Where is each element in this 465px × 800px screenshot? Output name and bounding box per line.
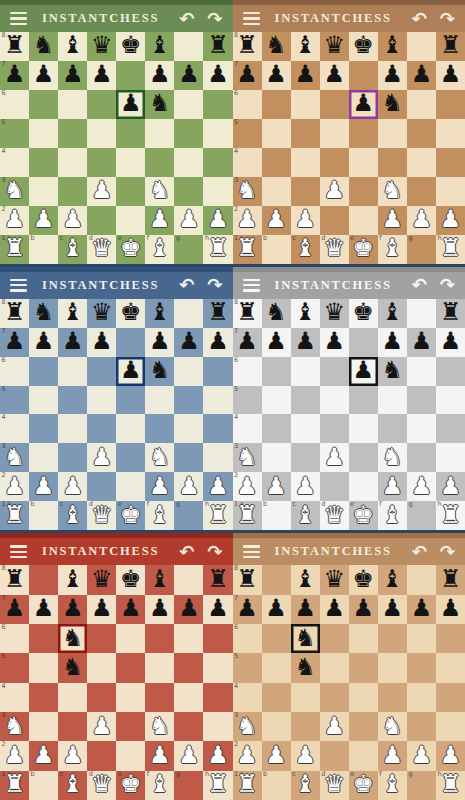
square-b1[interactable]: b xyxy=(262,235,291,264)
square-e8[interactable]: ♚ xyxy=(349,32,378,61)
square-d5[interactable] xyxy=(87,386,116,415)
square-c6[interactable]: ♞ xyxy=(291,624,320,653)
square-f6[interactable]: ♞ xyxy=(378,357,407,386)
square-c1[interactable]: c♝ xyxy=(291,771,320,800)
square-h7[interactable]: ♟ xyxy=(436,328,465,357)
square-d1[interactable]: d♛ xyxy=(320,501,349,530)
square-h8[interactable]: ♜ xyxy=(436,299,465,328)
square-b3[interactable] xyxy=(262,443,291,472)
square-b6[interactable] xyxy=(262,90,291,119)
square-e8[interactable]: ♚ xyxy=(116,565,145,594)
square-g6[interactable] xyxy=(174,624,203,653)
square-c5[interactable]: ♞ xyxy=(291,653,320,682)
square-c8[interactable]: ♝ xyxy=(58,565,87,594)
square-f7[interactable]: ♟ xyxy=(145,595,174,624)
square-h2[interactable]: ♟ xyxy=(436,741,465,770)
square-c5[interactable] xyxy=(291,386,320,415)
square-a5[interactable]: 5 xyxy=(0,653,29,682)
square-g4[interactable] xyxy=(407,683,436,712)
square-c2[interactable]: ♟ xyxy=(58,206,87,235)
square-h5[interactable] xyxy=(203,653,232,682)
square-c4[interactable] xyxy=(58,148,87,177)
square-b2[interactable]: ♟ xyxy=(262,472,291,501)
square-e1[interactable]: e♚ xyxy=(349,501,378,530)
square-h5[interactable] xyxy=(436,386,465,415)
square-d5[interactable] xyxy=(320,386,349,415)
square-a4[interactable]: 4 xyxy=(0,414,29,443)
square-f4[interactable] xyxy=(145,148,174,177)
redo-icon[interactable]: ↷ xyxy=(207,543,222,561)
square-f5[interactable] xyxy=(378,119,407,148)
square-d7[interactable]: ♟ xyxy=(87,328,116,357)
square-g1[interactable]: g xyxy=(174,235,203,264)
square-f2[interactable]: ♟ xyxy=(145,741,174,770)
square-d3[interactable]: ♟ xyxy=(320,177,349,206)
hamburger-menu-icon[interactable] xyxy=(10,545,27,558)
square-h8[interactable]: ♜ xyxy=(436,32,465,61)
square-b2[interactable]: ♟ xyxy=(262,741,291,770)
square-b7[interactable]: ♟ xyxy=(262,61,291,90)
square-h4[interactable] xyxy=(203,683,232,712)
square-e8[interactable]: ♚ xyxy=(116,32,145,61)
square-h7[interactable]: ♟ xyxy=(436,595,465,624)
square-h4[interactable] xyxy=(436,414,465,443)
square-f5[interactable] xyxy=(145,653,174,682)
square-d8[interactable]: ♛ xyxy=(320,32,349,61)
square-a7[interactable]: 7♟ xyxy=(233,595,262,624)
square-d2[interactable] xyxy=(87,206,116,235)
square-h6[interactable] xyxy=(203,90,232,119)
square-f7[interactable]: ♟ xyxy=(145,328,174,357)
square-d6[interactable] xyxy=(87,357,116,386)
square-e7[interactable]: ♟ xyxy=(116,595,145,624)
square-e3[interactable] xyxy=(349,443,378,472)
square-d2[interactable] xyxy=(320,472,349,501)
square-g6[interactable] xyxy=(407,624,436,653)
square-f3[interactable]: ♞ xyxy=(378,177,407,206)
square-c5[interactable] xyxy=(58,119,87,148)
square-e5[interactable] xyxy=(116,119,145,148)
square-g3[interactable] xyxy=(174,712,203,741)
square-e1[interactable]: e♚ xyxy=(116,501,145,530)
square-f8[interactable]: ♝ xyxy=(378,32,407,61)
square-f2[interactable]: ♟ xyxy=(378,206,407,235)
square-b7[interactable]: ♟ xyxy=(262,595,291,624)
square-e3[interactable] xyxy=(116,443,145,472)
square-c3[interactable] xyxy=(58,177,87,206)
square-d2[interactable] xyxy=(87,472,116,501)
square-a2[interactable]: 2♟ xyxy=(0,472,29,501)
square-a3[interactable]: 3♞ xyxy=(233,712,262,741)
square-a1[interactable]: 1a♜ xyxy=(0,235,29,264)
square-d8[interactable]: ♛ xyxy=(87,32,116,61)
square-h1[interactable]: h♜ xyxy=(203,771,232,800)
square-d5[interactable] xyxy=(320,119,349,148)
square-d4[interactable] xyxy=(320,414,349,443)
square-g8[interactable] xyxy=(174,565,203,594)
square-g3[interactable] xyxy=(407,177,436,206)
square-g4[interactable] xyxy=(407,414,436,443)
square-c4[interactable] xyxy=(58,683,87,712)
square-f2[interactable]: ♟ xyxy=(378,741,407,770)
square-d4[interactable] xyxy=(320,148,349,177)
square-h3[interactable] xyxy=(203,712,232,741)
square-e5[interactable] xyxy=(349,653,378,682)
square-c6[interactable] xyxy=(58,90,87,119)
square-c5[interactable] xyxy=(291,119,320,148)
square-a8[interactable]: 8♜ xyxy=(233,299,262,328)
square-e1[interactable]: e♚ xyxy=(116,235,145,264)
square-a8[interactable]: 8♜ xyxy=(0,32,29,61)
square-h1[interactable]: h♜ xyxy=(203,235,232,264)
square-h6[interactable] xyxy=(436,357,465,386)
square-f1[interactable]: f♝ xyxy=(145,501,174,530)
undo-icon[interactable]: ↶ xyxy=(412,276,427,294)
square-g6[interactable] xyxy=(174,90,203,119)
square-a5[interactable]: 5 xyxy=(233,119,262,148)
square-h2[interactable]: ♟ xyxy=(436,206,465,235)
square-a3[interactable]: 3♞ xyxy=(233,443,262,472)
square-g3[interactable] xyxy=(407,443,436,472)
square-d6[interactable] xyxy=(320,624,349,653)
square-e6[interactable] xyxy=(116,624,145,653)
square-f2[interactable]: ♟ xyxy=(378,472,407,501)
square-b4[interactable] xyxy=(262,683,291,712)
square-g2[interactable]: ♟ xyxy=(407,472,436,501)
redo-icon[interactable]: ↷ xyxy=(207,276,222,294)
square-g6[interactable] xyxy=(407,357,436,386)
square-a6[interactable]: 6 xyxy=(0,357,29,386)
square-f5[interactable] xyxy=(145,386,174,415)
square-b3[interactable] xyxy=(29,443,58,472)
square-a7[interactable]: 7♟ xyxy=(233,61,262,90)
square-c8[interactable]: ♝ xyxy=(291,299,320,328)
square-b6[interactable] xyxy=(262,624,291,653)
redo-icon[interactable]: ↷ xyxy=(440,543,455,561)
square-f3[interactable]: ♞ xyxy=(378,443,407,472)
square-h5[interactable] xyxy=(203,119,232,148)
square-d5[interactable] xyxy=(87,119,116,148)
square-h2[interactable]: ♟ xyxy=(203,741,232,770)
square-c1[interactable]: c♝ xyxy=(58,235,87,264)
square-d7[interactable]: ♟ xyxy=(320,595,349,624)
square-f4[interactable] xyxy=(145,683,174,712)
square-e7[interactable] xyxy=(116,328,145,357)
square-c7[interactable]: ♟ xyxy=(58,328,87,357)
square-b3[interactable] xyxy=(29,712,58,741)
square-a4[interactable]: 4 xyxy=(233,414,262,443)
square-g8[interactable] xyxy=(407,299,436,328)
square-b1[interactable]: b xyxy=(262,771,291,800)
square-d1[interactable]: d♛ xyxy=(87,501,116,530)
square-g1[interactable]: g xyxy=(174,501,203,530)
square-h7[interactable]: ♟ xyxy=(203,328,232,357)
square-g5[interactable] xyxy=(174,386,203,415)
square-d2[interactable] xyxy=(320,741,349,770)
square-a2[interactable]: 2♟ xyxy=(0,741,29,770)
square-d8[interactable]: ♛ xyxy=(87,565,116,594)
square-h2[interactable]: ♟ xyxy=(203,472,232,501)
square-d5[interactable] xyxy=(320,653,349,682)
square-h6[interactable] xyxy=(436,90,465,119)
square-a2[interactable]: 2♟ xyxy=(233,472,262,501)
square-a1[interactable]: 1a♜ xyxy=(0,501,29,530)
square-c3[interactable] xyxy=(291,177,320,206)
square-c2[interactable]: ♟ xyxy=(291,206,320,235)
square-d6[interactable] xyxy=(320,90,349,119)
square-f1[interactable]: f♝ xyxy=(378,235,407,264)
square-h8[interactable]: ♜ xyxy=(203,32,232,61)
square-d1[interactable]: d♛ xyxy=(320,771,349,800)
square-a5[interactable]: 5 xyxy=(233,386,262,415)
square-f3[interactable]: ♞ xyxy=(145,177,174,206)
square-d4[interactable] xyxy=(87,414,116,443)
square-b5[interactable] xyxy=(262,119,291,148)
square-e7[interactable] xyxy=(349,61,378,90)
square-g2[interactable]: ♟ xyxy=(407,741,436,770)
square-c7[interactable]: ♟ xyxy=(58,61,87,90)
square-f8[interactable]: ♝ xyxy=(145,299,174,328)
square-b8[interactable]: ♞ xyxy=(262,32,291,61)
square-c5[interactable] xyxy=(58,386,87,415)
square-d7[interactable]: ♟ xyxy=(320,61,349,90)
square-e7[interactable] xyxy=(116,61,145,90)
square-e3[interactable] xyxy=(116,177,145,206)
square-f8[interactable]: ♝ xyxy=(378,565,407,594)
square-g3[interactable] xyxy=(174,177,203,206)
square-e3[interactable] xyxy=(349,712,378,741)
square-d7[interactable]: ♟ xyxy=(87,61,116,90)
square-h5[interactable] xyxy=(436,653,465,682)
square-d6[interactable] xyxy=(87,90,116,119)
square-c3[interactable] xyxy=(58,443,87,472)
square-d3[interactable]: ♟ xyxy=(320,712,349,741)
square-b4[interactable] xyxy=(262,414,291,443)
square-h3[interactable] xyxy=(203,443,232,472)
square-f1[interactable]: f♝ xyxy=(378,771,407,800)
square-h7[interactable]: ♟ xyxy=(203,61,232,90)
square-d8[interactable]: ♛ xyxy=(320,299,349,328)
square-b6[interactable] xyxy=(29,624,58,653)
square-a8[interactable]: 8♜ xyxy=(0,565,29,594)
square-h5[interactable] xyxy=(436,119,465,148)
square-b6[interactable] xyxy=(262,357,291,386)
square-e4[interactable] xyxy=(116,683,145,712)
hamburger-menu-icon[interactable] xyxy=(243,279,260,292)
square-b1[interactable]: b xyxy=(262,501,291,530)
square-e6[interactable]: ♟ xyxy=(116,90,145,119)
square-f4[interactable] xyxy=(145,414,174,443)
square-a7[interactable]: 7♟ xyxy=(233,328,262,357)
square-f3[interactable]: ♞ xyxy=(145,443,174,472)
square-b5[interactable] xyxy=(29,386,58,415)
square-c8[interactable]: ♝ xyxy=(291,565,320,594)
square-a1[interactable]: 1a♜ xyxy=(233,235,262,264)
square-c7[interactable]: ♟ xyxy=(291,328,320,357)
square-c4[interactable] xyxy=(58,414,87,443)
square-g6[interactable] xyxy=(407,90,436,119)
square-a1[interactable]: 1a♜ xyxy=(0,771,29,800)
square-g7[interactable]: ♟ xyxy=(407,61,436,90)
square-g5[interactable] xyxy=(407,119,436,148)
square-h4[interactable] xyxy=(436,148,465,177)
undo-icon[interactable]: ↶ xyxy=(412,10,427,28)
square-f5[interactable] xyxy=(378,653,407,682)
square-a6[interactable]: 6 xyxy=(233,90,262,119)
hamburger-menu-icon[interactable] xyxy=(243,12,260,25)
square-d8[interactable]: ♛ xyxy=(87,299,116,328)
square-c1[interactable]: c♝ xyxy=(58,771,87,800)
square-b4[interactable] xyxy=(29,683,58,712)
square-e4[interactable] xyxy=(349,683,378,712)
square-e5[interactable] xyxy=(349,119,378,148)
square-e4[interactable] xyxy=(349,414,378,443)
square-h1[interactable]: h♜ xyxy=(203,501,232,530)
square-g8[interactable] xyxy=(407,565,436,594)
square-f6[interactable]: ♞ xyxy=(145,357,174,386)
square-h8[interactable]: ♜ xyxy=(436,565,465,594)
square-f6[interactable] xyxy=(145,624,174,653)
square-f2[interactable]: ♟ xyxy=(145,206,174,235)
square-h6[interactable] xyxy=(203,624,232,653)
square-e6[interactable]: ♟ xyxy=(349,90,378,119)
square-f7[interactable]: ♟ xyxy=(378,328,407,357)
square-b8[interactable] xyxy=(29,565,58,594)
square-c8[interactable]: ♝ xyxy=(58,32,87,61)
square-g1[interactable]: g xyxy=(407,501,436,530)
square-a4[interactable]: 4 xyxy=(233,683,262,712)
square-f7[interactable]: ♟ xyxy=(378,61,407,90)
square-g8[interactable] xyxy=(174,299,203,328)
square-g4[interactable] xyxy=(174,414,203,443)
square-b7[interactable]: ♟ xyxy=(29,61,58,90)
square-d4[interactable] xyxy=(87,683,116,712)
square-h1[interactable]: h♜ xyxy=(436,771,465,800)
square-e5[interactable] xyxy=(349,386,378,415)
square-d1[interactable]: d♛ xyxy=(320,235,349,264)
square-a1[interactable]: 1a♜ xyxy=(233,771,262,800)
redo-icon[interactable]: ↷ xyxy=(440,276,455,294)
square-g2[interactable]: ♟ xyxy=(407,206,436,235)
square-a6[interactable]: 6 xyxy=(0,624,29,653)
square-h1[interactable]: h♜ xyxy=(436,235,465,264)
square-f5[interactable] xyxy=(145,119,174,148)
square-d3[interactable]: ♟ xyxy=(87,712,116,741)
square-c2[interactable]: ♟ xyxy=(291,472,320,501)
square-g5[interactable] xyxy=(407,386,436,415)
square-g7[interactable]: ♟ xyxy=(174,595,203,624)
square-f3[interactable]: ♞ xyxy=(145,712,174,741)
hamburger-menu-icon[interactable] xyxy=(10,12,27,25)
square-c7[interactable]: ♟ xyxy=(291,61,320,90)
square-a3[interactable]: 3♞ xyxy=(0,712,29,741)
square-d2[interactable] xyxy=(87,741,116,770)
square-h3[interactable] xyxy=(436,177,465,206)
square-b2[interactable]: ♟ xyxy=(29,741,58,770)
square-g7[interactable]: ♟ xyxy=(407,328,436,357)
square-d2[interactable] xyxy=(320,206,349,235)
square-h2[interactable]: ♟ xyxy=(203,206,232,235)
square-c1[interactable]: c♝ xyxy=(291,235,320,264)
square-b8[interactable]: ♞ xyxy=(29,32,58,61)
square-a4[interactable]: 4 xyxy=(233,148,262,177)
square-c3[interactable] xyxy=(58,712,87,741)
square-c8[interactable]: ♝ xyxy=(291,32,320,61)
square-b8[interactable]: ♞ xyxy=(262,299,291,328)
square-g5[interactable] xyxy=(174,119,203,148)
square-a4[interactable]: 4 xyxy=(0,148,29,177)
square-a8[interactable]: 8♜ xyxy=(0,299,29,328)
square-a6[interactable]: 6 xyxy=(233,624,262,653)
square-g2[interactable]: ♟ xyxy=(174,472,203,501)
square-b3[interactable] xyxy=(29,177,58,206)
square-e8[interactable]: ♚ xyxy=(349,299,378,328)
square-g5[interactable] xyxy=(407,653,436,682)
square-f1[interactable]: f♝ xyxy=(145,771,174,800)
square-c1[interactable]: c♝ xyxy=(58,501,87,530)
square-a8[interactable]: 8♜ xyxy=(233,565,262,594)
square-a6[interactable]: 6 xyxy=(233,357,262,386)
square-a2[interactable]: 2♟ xyxy=(0,206,29,235)
square-b8[interactable] xyxy=(262,565,291,594)
square-d4[interactable] xyxy=(320,683,349,712)
square-b3[interactable] xyxy=(262,177,291,206)
square-g4[interactable] xyxy=(174,683,203,712)
square-b2[interactable]: ♟ xyxy=(262,206,291,235)
square-g2[interactable]: ♟ xyxy=(174,741,203,770)
square-b4[interactable] xyxy=(262,148,291,177)
square-b6[interactable] xyxy=(29,90,58,119)
square-f6[interactable]: ♞ xyxy=(145,90,174,119)
square-h7[interactable]: ♟ xyxy=(436,61,465,90)
square-a7[interactable]: 7♟ xyxy=(0,595,29,624)
square-a3[interactable]: 3♞ xyxy=(233,177,262,206)
square-f8[interactable]: ♝ xyxy=(378,299,407,328)
square-e7[interactable] xyxy=(349,328,378,357)
square-a5[interactable]: 5 xyxy=(233,653,262,682)
square-c6[interactable]: ♞ xyxy=(58,624,87,653)
square-f1[interactable]: f♝ xyxy=(378,501,407,530)
square-e1[interactable]: e♚ xyxy=(349,771,378,800)
square-d1[interactable]: d♛ xyxy=(87,771,116,800)
square-f6[interactable]: ♞ xyxy=(378,90,407,119)
square-b1[interactable]: b xyxy=(29,235,58,264)
square-g3[interactable] xyxy=(174,443,203,472)
square-g8[interactable] xyxy=(407,32,436,61)
square-a8[interactable]: 8♜ xyxy=(233,32,262,61)
square-a1[interactable]: 1a♜ xyxy=(233,501,262,530)
square-b1[interactable]: b xyxy=(29,771,58,800)
square-e4[interactable] xyxy=(349,148,378,177)
square-g3[interactable] xyxy=(407,712,436,741)
square-f4[interactable] xyxy=(378,683,407,712)
square-b5[interactable] xyxy=(262,653,291,682)
square-c6[interactable] xyxy=(291,90,320,119)
square-g1[interactable]: g xyxy=(407,235,436,264)
square-c6[interactable] xyxy=(291,357,320,386)
square-d7[interactable]: ♟ xyxy=(320,328,349,357)
square-f7[interactable]: ♟ xyxy=(378,595,407,624)
square-d6[interactable] xyxy=(320,357,349,386)
undo-icon[interactable]: ↶ xyxy=(179,543,194,561)
square-e5[interactable] xyxy=(116,386,145,415)
square-h2[interactable]: ♟ xyxy=(436,472,465,501)
square-e2[interactable] xyxy=(349,206,378,235)
square-c3[interactable] xyxy=(291,443,320,472)
square-g1[interactable]: g xyxy=(407,771,436,800)
square-f6[interactable] xyxy=(378,624,407,653)
square-c3[interactable] xyxy=(291,712,320,741)
